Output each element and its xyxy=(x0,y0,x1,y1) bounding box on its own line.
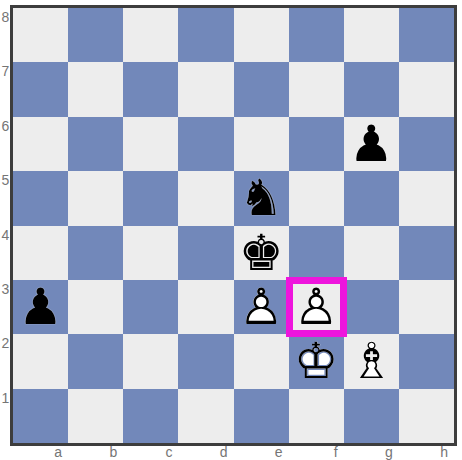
black-king[interactable]: ♚ xyxy=(234,226,289,280)
square-b7[interactable] xyxy=(68,62,123,116)
square-a5[interactable] xyxy=(13,171,68,225)
square-c2[interactable] xyxy=(123,334,178,388)
file-label-d: d xyxy=(178,445,233,460)
black-pawn[interactable]: ♟ xyxy=(344,117,399,171)
square-e6[interactable] xyxy=(234,117,289,171)
square-g8[interactable] xyxy=(344,8,399,62)
square-g3[interactable] xyxy=(344,280,399,334)
square-b4[interactable] xyxy=(68,226,123,280)
square-b3[interactable] xyxy=(68,280,123,334)
black-pawn[interactable]: ♟ xyxy=(13,280,68,334)
square-e5[interactable]: ♞ xyxy=(234,171,289,225)
chess-board: ♟♞♚♟♟♙♟♙♚♔♝♗ xyxy=(10,5,457,446)
square-f2[interactable]: ♚♔ xyxy=(289,334,344,388)
white-pawn-outline: ♙ xyxy=(234,280,289,334)
square-f3[interactable]: ♟♙ xyxy=(289,280,344,334)
square-h2[interactable] xyxy=(399,334,454,388)
white-pawn-outline: ♙ xyxy=(289,280,344,334)
square-c8[interactable] xyxy=(123,8,178,62)
square-f1[interactable] xyxy=(289,389,344,443)
square-e8[interactable] xyxy=(234,8,289,62)
square-g4[interactable] xyxy=(344,226,399,280)
square-c4[interactable] xyxy=(123,226,178,280)
file-label-h: h xyxy=(399,445,454,460)
square-b1[interactable] xyxy=(68,389,123,443)
file-label-g: g xyxy=(344,445,399,460)
square-b8[interactable] xyxy=(68,8,123,62)
square-e3[interactable]: ♟♙ xyxy=(234,280,289,334)
square-a3[interactable]: ♟ xyxy=(13,280,68,334)
square-a2[interactable] xyxy=(13,334,68,388)
square-h6[interactable] xyxy=(399,117,454,171)
square-e4[interactable]: ♚ xyxy=(234,226,289,280)
square-g7[interactable] xyxy=(344,62,399,116)
square-e1[interactable] xyxy=(234,389,289,443)
square-e2[interactable] xyxy=(234,334,289,388)
white-bishop-outline: ♗ xyxy=(344,334,399,388)
chess-board-stage: 8 7 6 5 4 3 2 1 ♟♞♚♟♟♙♟♙♚♔♝♗ a b c d e f… xyxy=(0,0,462,460)
white-pawn[interactable]: ♟♙ xyxy=(234,280,289,334)
square-c1[interactable] xyxy=(123,389,178,443)
square-f4[interactable] xyxy=(289,226,344,280)
black-knight[interactable]: ♞ xyxy=(234,171,289,225)
file-label-b: b xyxy=(68,445,123,460)
white-bishop[interactable]: ♝♗ xyxy=(344,334,399,388)
file-label-e: e xyxy=(234,445,289,460)
white-pawn[interactable]: ♟♙ xyxy=(289,280,344,334)
file-labels: a b c d e f g h xyxy=(13,445,454,460)
square-h4[interactable] xyxy=(399,226,454,280)
white-king[interactable]: ♚♔ xyxy=(289,334,344,388)
square-c3[interactable] xyxy=(123,280,178,334)
square-d3[interactable] xyxy=(178,280,233,334)
square-a4[interactable] xyxy=(13,226,68,280)
square-c5[interactable] xyxy=(123,171,178,225)
square-h8[interactable] xyxy=(399,8,454,62)
square-d8[interactable] xyxy=(178,8,233,62)
square-f7[interactable] xyxy=(289,62,344,116)
square-h1[interactable] xyxy=(399,389,454,443)
square-h3[interactable] xyxy=(399,280,454,334)
square-e7[interactable] xyxy=(234,62,289,116)
square-h5[interactable] xyxy=(399,171,454,225)
square-g6[interactable]: ♟ xyxy=(344,117,399,171)
square-b6[interactable] xyxy=(68,117,123,171)
square-d4[interactable] xyxy=(178,226,233,280)
square-g2[interactable]: ♝♗ xyxy=(344,334,399,388)
square-f5[interactable] xyxy=(289,171,344,225)
square-d2[interactable] xyxy=(178,334,233,388)
square-g5[interactable] xyxy=(344,171,399,225)
square-a7[interactable] xyxy=(13,62,68,116)
file-label-f: f xyxy=(289,445,344,460)
white-king-outline: ♔ xyxy=(289,334,344,388)
square-d7[interactable] xyxy=(178,62,233,116)
square-h7[interactable] xyxy=(399,62,454,116)
square-b5[interactable] xyxy=(68,171,123,225)
square-a1[interactable] xyxy=(13,389,68,443)
square-d5[interactable] xyxy=(178,171,233,225)
square-a8[interactable] xyxy=(13,8,68,62)
file-label-a: a xyxy=(13,445,68,460)
square-g1[interactable] xyxy=(344,389,399,443)
square-b2[interactable] xyxy=(68,334,123,388)
square-a6[interactable] xyxy=(13,117,68,171)
square-f8[interactable] xyxy=(289,8,344,62)
file-label-c: c xyxy=(123,445,178,460)
square-c7[interactable] xyxy=(123,62,178,116)
square-f6[interactable] xyxy=(289,117,344,171)
square-d1[interactable] xyxy=(178,389,233,443)
square-c6[interactable] xyxy=(123,117,178,171)
square-d6[interactable] xyxy=(178,117,233,171)
